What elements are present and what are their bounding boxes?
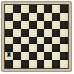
square-d6[interactable] [29, 21, 37, 29]
square-h2[interactable] [60, 52, 68, 60]
square-f5[interactable] [44, 29, 52, 37]
square-f8[interactable] [44, 5, 52, 13]
square-d7[interactable] [29, 13, 37, 21]
square-e3[interactable] [37, 44, 45, 52]
square-c7[interactable] [21, 13, 29, 21]
square-g3[interactable] [52, 44, 60, 52]
square-a8[interactable] [5, 5, 13, 13]
square-c1[interactable] [21, 60, 29, 68]
square-g7[interactable] [52, 13, 60, 21]
square-f2[interactable] [44, 52, 52, 60]
chessboard-frame: ♜ [1, 1, 72, 72]
square-e8[interactable] [37, 5, 45, 13]
square-b3[interactable] [13, 44, 21, 52]
square-e2[interactable] [37, 52, 45, 60]
square-c5[interactable] [21, 29, 29, 37]
square-a1[interactable] [5, 60, 13, 68]
square-c8[interactable] [21, 5, 29, 13]
square-h8[interactable] [60, 5, 68, 13]
square-c6[interactable] [21, 21, 29, 29]
square-d2[interactable] [29, 52, 37, 60]
square-f1[interactable] [44, 60, 52, 68]
square-f6[interactable] [44, 21, 52, 29]
square-b2[interactable] [13, 52, 21, 60]
square-h6[interactable] [60, 21, 68, 29]
square-f7[interactable] [44, 13, 52, 21]
square-f3[interactable] [44, 44, 52, 52]
black-rook-piece: ♜ [5, 52, 12, 59]
square-h7[interactable] [60, 13, 68, 21]
board-photo: ♜ [0, 0, 74, 74]
square-a7[interactable] [5, 13, 13, 21]
square-h3[interactable] [60, 44, 68, 52]
square-f4[interactable] [44, 37, 52, 45]
square-g6[interactable] [52, 21, 60, 29]
square-a6[interactable] [5, 21, 13, 29]
square-b6[interactable] [13, 21, 21, 29]
square-d4[interactable] [29, 37, 37, 45]
square-d1[interactable] [29, 60, 37, 68]
square-d3[interactable] [29, 44, 37, 52]
square-e5[interactable] [37, 29, 45, 37]
square-h5[interactable] [60, 29, 68, 37]
chessboard[interactable]: ♜ [4, 4, 68, 68]
square-h4[interactable] [60, 37, 68, 45]
square-e4[interactable] [37, 37, 45, 45]
square-b1[interactable] [13, 60, 21, 68]
square-a2[interactable]: ♜ [5, 52, 13, 60]
square-g2[interactable] [52, 52, 60, 60]
square-c2[interactable] [21, 52, 29, 60]
square-g1[interactable] [52, 60, 60, 68]
square-g4[interactable] [52, 37, 60, 45]
square-a3[interactable] [5, 44, 13, 52]
square-a4[interactable] [5, 37, 13, 45]
square-e6[interactable] [37, 21, 45, 29]
square-d5[interactable] [29, 29, 37, 37]
square-g8[interactable] [52, 5, 60, 13]
square-a5[interactable] [5, 29, 13, 37]
square-d8[interactable] [29, 5, 37, 13]
square-c4[interactable] [21, 37, 29, 45]
square-b8[interactable] [13, 5, 21, 13]
square-b5[interactable] [13, 29, 21, 37]
square-b7[interactable] [13, 13, 21, 21]
square-g5[interactable] [52, 29, 60, 37]
square-e7[interactable] [37, 13, 45, 21]
square-h1[interactable] [60, 60, 68, 68]
square-b4[interactable] [13, 37, 21, 45]
square-c3[interactable] [21, 44, 29, 52]
square-e1[interactable] [37, 60, 45, 68]
